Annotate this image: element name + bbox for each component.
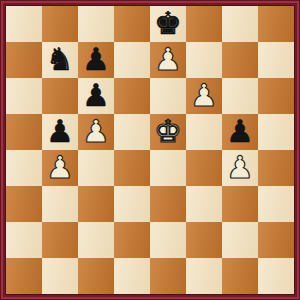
square-f4[interactable] xyxy=(186,150,222,186)
square-d5[interactable] xyxy=(114,114,150,150)
black-pawn: ♟ xyxy=(46,113,74,149)
chess-board: ♚♞♟♟♟♟♟♟♚♟♟♟ xyxy=(6,6,294,294)
square-g3[interactable] xyxy=(222,186,258,222)
square-e1[interactable] xyxy=(150,258,186,294)
square-f6[interactable]: ♟ xyxy=(186,78,222,114)
white-king: ♚ xyxy=(154,113,182,149)
square-g6[interactable] xyxy=(222,78,258,114)
square-f5[interactable] xyxy=(186,114,222,150)
square-e4[interactable] xyxy=(150,150,186,186)
square-e7[interactable]: ♟ xyxy=(150,42,186,78)
square-b4[interactable]: ♟ xyxy=(42,150,78,186)
square-c8[interactable] xyxy=(78,6,114,42)
square-h4[interactable] xyxy=(258,150,294,186)
square-f8[interactable] xyxy=(186,6,222,42)
square-a7[interactable] xyxy=(6,42,42,78)
square-h6[interactable] xyxy=(258,78,294,114)
square-a2[interactable] xyxy=(6,222,42,258)
square-c4[interactable] xyxy=(78,150,114,186)
square-c2[interactable] xyxy=(78,222,114,258)
square-g7[interactable] xyxy=(222,42,258,78)
square-h3[interactable] xyxy=(258,186,294,222)
square-d8[interactable] xyxy=(114,6,150,42)
square-a3[interactable] xyxy=(6,186,42,222)
black-pawn: ♟ xyxy=(226,113,254,149)
square-a4[interactable] xyxy=(6,150,42,186)
square-d6[interactable] xyxy=(114,78,150,114)
square-g1[interactable] xyxy=(222,258,258,294)
white-pawn: ♟ xyxy=(46,149,74,185)
square-e5[interactable]: ♚ xyxy=(150,114,186,150)
square-h5[interactable] xyxy=(258,114,294,150)
square-f1[interactable] xyxy=(186,258,222,294)
white-pawn: ♟ xyxy=(190,77,218,113)
square-e8[interactable]: ♚ xyxy=(150,6,186,42)
square-e6[interactable] xyxy=(150,78,186,114)
black-pawn: ♟ xyxy=(82,77,110,113)
white-pawn: ♟ xyxy=(154,41,182,77)
white-pawn: ♟ xyxy=(82,113,110,149)
square-a5[interactable] xyxy=(6,114,42,150)
square-b8[interactable] xyxy=(42,6,78,42)
square-b6[interactable] xyxy=(42,78,78,114)
square-c7[interactable]: ♟ xyxy=(78,42,114,78)
square-a1[interactable] xyxy=(6,258,42,294)
square-h8[interactable] xyxy=(258,6,294,42)
square-b2[interactable] xyxy=(42,222,78,258)
square-d4[interactable] xyxy=(114,150,150,186)
square-h1[interactable] xyxy=(258,258,294,294)
square-d1[interactable] xyxy=(114,258,150,294)
black-king: ♚ xyxy=(154,5,182,41)
board-frame: ♚♞♟♟♟♟♟♟♚♟♟♟ xyxy=(0,0,300,300)
square-g8[interactable] xyxy=(222,6,258,42)
square-d7[interactable] xyxy=(114,42,150,78)
square-c5[interactable]: ♟ xyxy=(78,114,114,150)
white-pawn: ♟ xyxy=(226,149,254,185)
square-g2[interactable] xyxy=(222,222,258,258)
square-b5[interactable]: ♟ xyxy=(42,114,78,150)
square-g4[interactable]: ♟ xyxy=(222,150,258,186)
square-d3[interactable] xyxy=(114,186,150,222)
square-b1[interactable] xyxy=(42,258,78,294)
square-c3[interactable] xyxy=(78,186,114,222)
square-f3[interactable] xyxy=(186,186,222,222)
square-a6[interactable] xyxy=(6,78,42,114)
black-pawn: ♟ xyxy=(82,41,110,77)
square-e2[interactable] xyxy=(150,222,186,258)
square-h2[interactable] xyxy=(258,222,294,258)
square-c1[interactable] xyxy=(78,258,114,294)
square-b3[interactable] xyxy=(42,186,78,222)
square-h7[interactable] xyxy=(258,42,294,78)
square-f2[interactable] xyxy=(186,222,222,258)
square-c6[interactable]: ♟ xyxy=(78,78,114,114)
square-a8[interactable] xyxy=(6,6,42,42)
square-b7[interactable]: ♞ xyxy=(42,42,78,78)
square-e3[interactable] xyxy=(150,186,186,222)
black-knight: ♞ xyxy=(46,41,74,77)
square-g5[interactable]: ♟ xyxy=(222,114,258,150)
square-f7[interactable] xyxy=(186,42,222,78)
square-d2[interactable] xyxy=(114,222,150,258)
